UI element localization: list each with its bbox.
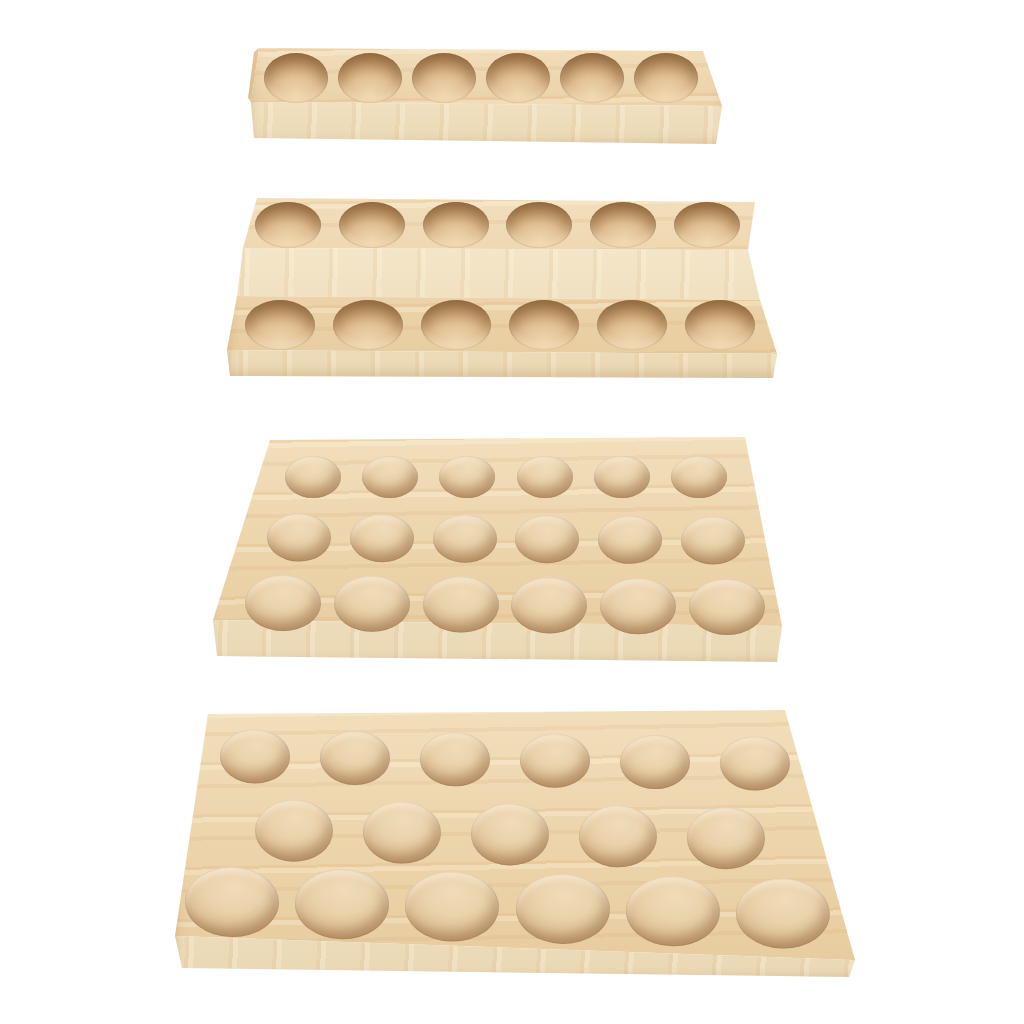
tray-2-back-pit-row (255, 201, 740, 249)
pit (405, 871, 500, 943)
pit (671, 456, 727, 498)
pit (686, 807, 765, 870)
pit (285, 456, 341, 498)
pit (600, 578, 676, 635)
tray-4-front-pit-row (184, 864, 830, 951)
tray-4-middle-pit-row (254, 798, 765, 871)
pit (254, 799, 333, 862)
pit (560, 53, 624, 103)
pit (597, 300, 667, 350)
tray-1-single-row-rack (248, 38, 726, 148)
pit (517, 456, 573, 498)
pit (362, 456, 418, 498)
tray-3-back-pit-row (285, 455, 727, 499)
pit (333, 300, 403, 350)
tray-2-front-pit-row (245, 299, 755, 351)
tray-3-front-pit-row (245, 574, 765, 637)
pit (511, 577, 587, 634)
pit (320, 730, 391, 785)
pit (720, 736, 791, 791)
tray-1-pit-row (264, 53, 698, 103)
pit (422, 576, 498, 633)
pit (264, 53, 328, 103)
pit (689, 579, 765, 636)
pit (634, 53, 698, 103)
pit (412, 53, 476, 103)
pit (294, 868, 389, 940)
pit (439, 456, 495, 498)
pit (338, 53, 402, 103)
pit (486, 53, 550, 103)
tray-4-back-pit-row (220, 728, 791, 792)
pit (432, 514, 496, 562)
product-photo-scene (0, 0, 1024, 1024)
pit (520, 733, 591, 788)
pit (334, 576, 410, 633)
pit (735, 878, 830, 950)
pit (685, 300, 755, 350)
pit (184, 866, 279, 938)
pit (350, 514, 414, 562)
pit (267, 513, 331, 561)
pit (598, 516, 662, 564)
pit (245, 575, 321, 632)
pit (420, 732, 491, 787)
pit (362, 801, 441, 864)
pit (470, 803, 549, 866)
pit (590, 202, 656, 248)
pit (515, 515, 579, 563)
pit (339, 202, 405, 248)
pit (220, 729, 291, 784)
tray-2-step-rack (225, 192, 785, 378)
pit (423, 202, 489, 248)
pit (578, 805, 657, 868)
pit (506, 202, 572, 248)
pit (421, 300, 491, 350)
pit (594, 456, 650, 498)
pit (245, 300, 315, 350)
pit (674, 202, 740, 248)
tray-3-middle-pit-row (267, 512, 745, 565)
pit (515, 873, 610, 945)
pit (681, 516, 745, 564)
pit (625, 875, 720, 947)
tray-3-flat-tray (205, 430, 797, 666)
pit (509, 300, 579, 350)
tray-4-large-flat-tray (172, 700, 864, 982)
pit (620, 735, 691, 790)
pit (255, 202, 321, 248)
